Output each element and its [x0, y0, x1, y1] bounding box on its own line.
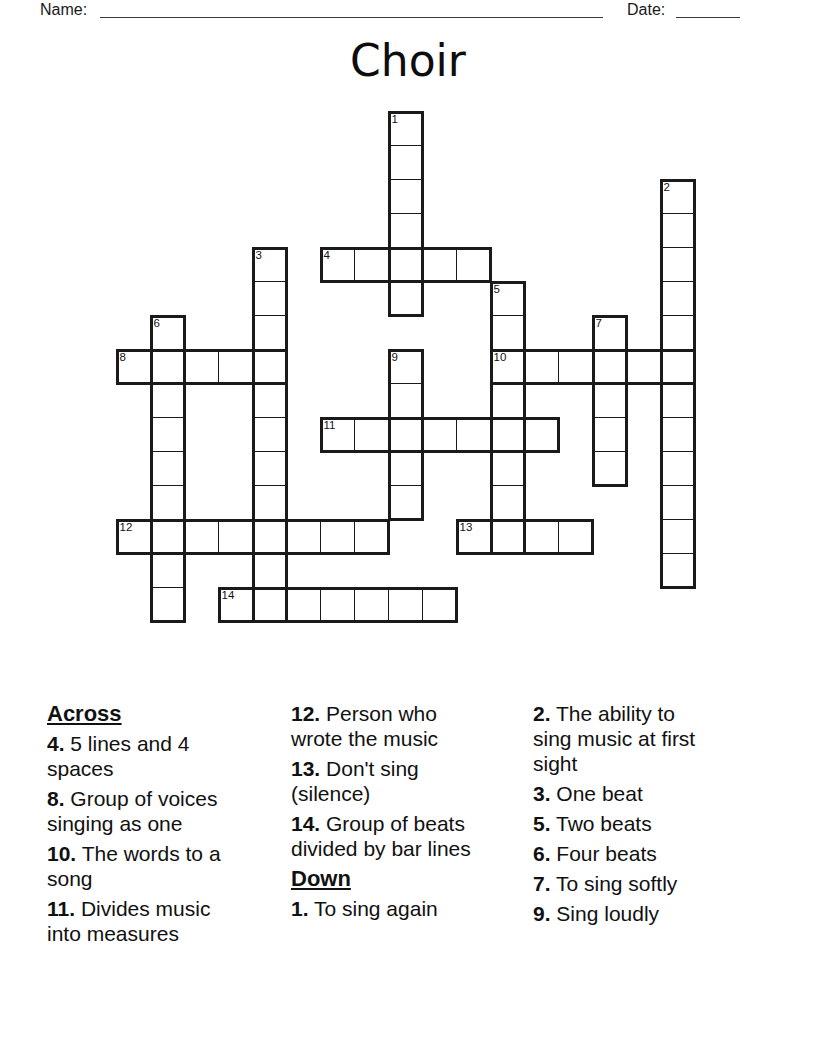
grid-cell-r7c14[interactable] [592, 349, 628, 385]
grid-cell-r7c12[interactable] [524, 349, 560, 385]
grid-cell-r10c4[interactable] [252, 451, 288, 487]
grid-cell-r7c15[interactable] [626, 349, 662, 385]
clue-4-across: 4. 5 lines and 4spaces [47, 731, 297, 781]
grid-cell-r8c14[interactable] [592, 383, 628, 419]
cell-number-2: 2 [664, 182, 670, 194]
grid-cell-r9c9[interactable] [422, 417, 458, 453]
grid-cell-r12c10[interactable]: 13 [456, 519, 492, 555]
grid-cell-r6c16[interactable] [660, 315, 696, 351]
grid-cell-r7c16[interactable] [660, 349, 696, 385]
clue-number: 10. [47, 842, 76, 865]
grid-cell-r11c4[interactable] [252, 485, 288, 521]
grid-cell-r14c1[interactable] [150, 587, 186, 623]
grid-cell-r9c14[interactable] [592, 417, 628, 453]
grid-cell-r7c0[interactable]: 8 [116, 349, 152, 385]
cell-number-6: 6 [154, 318, 160, 330]
grid-cell-r12c16[interactable] [660, 519, 696, 555]
grid-cell-r5c16[interactable] [660, 281, 696, 317]
grid-cell-r3c8[interactable] [388, 213, 424, 249]
clue-2-down: 2. The ability tosing music at firstsigh… [533, 701, 783, 776]
grid-cell-r10c16[interactable] [660, 451, 696, 487]
grid-cell-r8c16[interactable] [660, 383, 696, 419]
clues-column-1: Across4. 5 lines and 4spaces8. Group of … [47, 701, 297, 951]
grid-cell-r10c14[interactable] [592, 451, 628, 487]
clue-11-across: 11. Divides musicinto measures [47, 896, 297, 946]
grid-cell-r9c6[interactable]: 11 [320, 417, 356, 453]
grid-cell-r4c9[interactable] [422, 247, 458, 283]
clue-number: 6. [533, 842, 551, 865]
clue-number: 13. [291, 757, 320, 780]
clue-6-down: 6. Four beats [533, 841, 783, 866]
grid-cell-r12c1[interactable] [150, 519, 186, 555]
grid-cell-r14c5[interactable] [286, 587, 322, 623]
grid-cell-r7c2[interactable] [184, 349, 220, 385]
grid-cell-r9c11[interactable] [490, 417, 526, 453]
grid-cell-r7c1[interactable] [150, 349, 186, 385]
grid-cell-r7c4[interactable] [252, 349, 288, 385]
clue-number: 9. [533, 902, 551, 925]
cell-number-7: 7 [596, 318, 602, 330]
clue-1-down: 1. To sing again [291, 896, 541, 921]
grid-cell-r13c16[interactable] [660, 553, 696, 589]
grid-cell-r6c1[interactable]: 6 [150, 315, 186, 351]
grid-cell-r4c8[interactable] [388, 247, 424, 283]
grid-cell-r14c4[interactable] [252, 587, 288, 623]
grid-cell-r4c7[interactable] [354, 247, 390, 283]
grid-cell-r5c11[interactable]: 5 [490, 281, 526, 317]
grid-cell-r12c13[interactable] [558, 519, 594, 555]
grid-cell-r8c11[interactable] [490, 383, 526, 419]
grid-cell-r12c6[interactable] [320, 519, 356, 555]
cell-number-1: 1 [392, 114, 398, 126]
clue-12-across: 12. Person whowrote the music [291, 701, 541, 751]
grid-cell-r6c14[interactable]: 7 [592, 315, 628, 351]
grid-cell-r14c3[interactable]: 14 [218, 587, 254, 623]
clue-number: 2. [533, 702, 551, 725]
grid-cell-r6c11[interactable] [490, 315, 526, 351]
grid-cell-r5c4[interactable] [252, 281, 288, 317]
clue-7-down: 7. To sing softly [533, 871, 783, 896]
grid-cell-r11c8[interactable] [388, 485, 424, 521]
grid-cell-r13c4[interactable] [252, 553, 288, 589]
grid-cell-r5c8[interactable] [388, 281, 424, 317]
grid-cell-r7c11[interactable]: 10 [490, 349, 526, 385]
grid-cell-r9c12[interactable] [524, 417, 560, 453]
grid-cell-r9c1[interactable] [150, 417, 186, 453]
grid-cell-r12c11[interactable] [490, 519, 526, 555]
name-label: Name: [40, 1, 87, 19]
grid-cell-r14c8[interactable] [388, 587, 424, 623]
grid-cell-r12c7[interactable] [354, 519, 390, 555]
date-label: Date: [627, 1, 665, 19]
grid-cell-r14c7[interactable] [354, 587, 390, 623]
grid-cell-r3c16[interactable] [660, 213, 696, 249]
clue-5-down: 5. Two beats [533, 811, 783, 836]
grid-cell-r2c8[interactable] [388, 179, 424, 215]
grid-cell-r9c4[interactable] [252, 417, 288, 453]
grid-cell-r2c16[interactable]: 2 [660, 179, 696, 215]
cell-number-14: 14 [222, 590, 235, 602]
grid-cell-r11c16[interactable] [660, 485, 696, 521]
worksheet-page: { "game": "crossword", "title": "Choir",… [0, 0, 816, 1056]
cell-number-9: 9 [392, 352, 398, 364]
grid-cell-r4c4[interactable]: 3 [252, 247, 288, 283]
grid-cell-r12c3[interactable] [218, 519, 254, 555]
grid-cell-r8c4[interactable] [252, 383, 288, 419]
cell-number-10: 10 [494, 352, 507, 364]
clue-14-across: 14. Group of beatsdivided by bar lines [291, 811, 541, 861]
cell-number-3: 3 [256, 250, 262, 262]
clue-10-across: 10. The words to asong [47, 841, 297, 891]
grid-cell-r9c10[interactable] [456, 417, 492, 453]
clue-13-across: 13. Don't sing(silence) [291, 756, 541, 806]
grid-cell-r8c1[interactable] [150, 383, 186, 419]
clue-3-down: 3. One beat [533, 781, 783, 806]
clue-9-down: 9. Sing loudly [533, 901, 783, 926]
grid-cell-r6c4[interactable] [252, 315, 288, 351]
grid-cell-r4c16[interactable] [660, 247, 696, 283]
grid-cell-r7c8[interactable]: 9 [388, 349, 424, 385]
grid-cell-r12c12[interactable] [524, 519, 560, 555]
grid-cell-r7c13[interactable] [558, 349, 594, 385]
name-blank-line[interactable] [100, 17, 603, 18]
grid-cell-r14c9[interactable] [422, 587, 458, 623]
grid-cell-r9c8[interactable] [388, 417, 424, 453]
grid-cell-r9c16[interactable] [660, 417, 696, 453]
clue-number: 5. [533, 812, 551, 835]
clues-column-3: 2. The ability tosing music at firstsigh… [533, 701, 783, 931]
clue-number: 1. [291, 897, 309, 920]
grid-cell-r10c11[interactable] [490, 451, 526, 487]
grid-cell-r4c10[interactable] [456, 247, 492, 283]
cell-number-8: 8 [120, 352, 126, 364]
grid-cell-r12c0[interactable]: 12 [116, 519, 152, 555]
grid-cell-r10c1[interactable] [150, 451, 186, 487]
cell-number-12: 12 [120, 522, 133, 534]
cell-number-4: 4 [324, 250, 330, 262]
clue-number: 7. [533, 872, 551, 895]
clue-8-across: 8. Group of voicessinging as one [47, 786, 297, 836]
date-blank-line[interactable] [676, 17, 740, 18]
cell-number-13: 13 [460, 522, 473, 534]
clue-number: 14. [291, 812, 320, 835]
clue-number: 12. [291, 702, 320, 725]
grid-cell-r12c5[interactable] [286, 519, 322, 555]
grid-cell-r7c3[interactable] [218, 349, 254, 385]
grid-cell-r11c1[interactable] [150, 485, 186, 521]
grid-cell-r11c11[interactable] [490, 485, 526, 521]
grid-cell-r14c6[interactable] [320, 587, 356, 623]
grid-cell-r12c2[interactable] [184, 519, 220, 555]
puzzle-title: Choir [0, 33, 816, 89]
grid-cell-r8c8[interactable] [388, 383, 424, 419]
grid-cell-r0c8[interactable]: 1 [388, 111, 424, 147]
grid-cell-r9c7[interactable] [354, 417, 390, 453]
cell-number-5: 5 [494, 284, 500, 296]
grid-cell-r12c4[interactable] [252, 519, 288, 555]
grid-cell-r10c8[interactable] [388, 451, 424, 487]
clues-column-2: 12. Person whowrote the music13. Don't s… [291, 701, 541, 926]
cell-number-11: 11 [324, 420, 336, 432]
crossword-grid: 1234510678911121314 [116, 111, 696, 623]
down-heading: Down [291, 866, 541, 891]
clue-number: 11. [47, 897, 75, 920]
clue-number: 4. [47, 732, 65, 755]
grid-cell-r1c8[interactable] [388, 145, 424, 181]
across-heading: Across [47, 701, 297, 726]
grid-cell-r13c1[interactable] [150, 553, 186, 589]
clue-number: 3. [533, 782, 551, 805]
grid-cell-r4c6[interactable]: 4 [320, 247, 356, 283]
clue-number: 8. [47, 787, 65, 810]
